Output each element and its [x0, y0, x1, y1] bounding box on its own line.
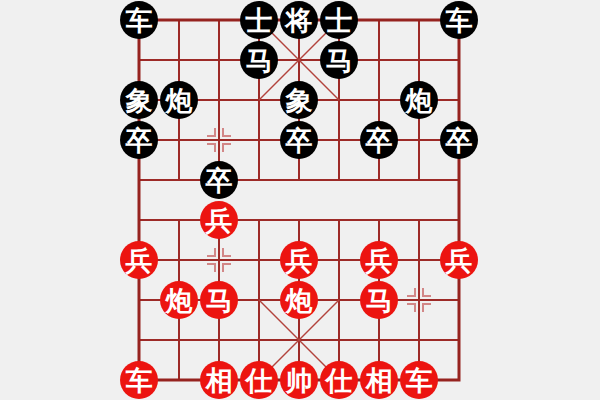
- red-horse[interactable]: 马: [360, 281, 398, 319]
- board-point: 马: [239, 40, 279, 80]
- xiangqi-board[interactable]: 车士将士车马马象炮象炮卒卒卒卒卒兵兵兵兵兵炮马炮马车相仕帅仕相车: [0, 0, 600, 400]
- black-horse[interactable]: 马: [320, 41, 358, 79]
- black-soldier[interactable]: 卒: [440, 121, 478, 159]
- board-point: 象: [119, 80, 159, 120]
- board-point: 车: [119, 0, 159, 40]
- black-cannon[interactable]: 炮: [400, 81, 438, 119]
- red-chariot[interactable]: 车: [400, 361, 438, 399]
- board-point: 卒: [119, 120, 159, 160]
- board-point: 炮: [399, 80, 439, 120]
- board-point: 将: [279, 0, 319, 40]
- red-cannon[interactable]: 炮: [280, 281, 318, 319]
- black-general[interactable]: 将: [280, 1, 318, 39]
- board-point: 相: [359, 360, 399, 400]
- red-cannon[interactable]: 炮: [160, 281, 198, 319]
- board-point: 车: [399, 360, 439, 400]
- black-cannon[interactable]: 炮: [160, 81, 198, 119]
- red-general[interactable]: 帅: [280, 361, 318, 399]
- board-point: 兵: [439, 240, 479, 280]
- red-soldier[interactable]: 兵: [200, 201, 238, 239]
- black-soldier[interactable]: 卒: [360, 121, 398, 159]
- red-soldier[interactable]: 兵: [120, 241, 158, 279]
- board-point: 车: [119, 360, 159, 400]
- board-point: 相: [199, 360, 239, 400]
- board-point: 卒: [439, 120, 479, 160]
- pieces-layer: 车士将士车马马象炮象炮卒卒卒卒卒兵兵兵兵兵炮马炮马车相仕帅仕相车: [119, 0, 479, 400]
- red-advisor[interactable]: 仕: [240, 361, 278, 399]
- board-point: 炮: [159, 280, 199, 320]
- board-point: 仕: [319, 360, 359, 400]
- red-elephant[interactable]: 相: [360, 361, 398, 399]
- board-point: 兵: [279, 240, 319, 280]
- red-soldier[interactable]: 兵: [440, 241, 478, 279]
- red-horse[interactable]: 马: [200, 281, 238, 319]
- board-point: 马: [199, 280, 239, 320]
- board-point: 仕: [239, 360, 279, 400]
- black-chariot[interactable]: 车: [440, 1, 478, 39]
- red-soldier[interactable]: 兵: [280, 241, 318, 279]
- board-point: 卒: [279, 120, 319, 160]
- board-point: 卒: [359, 120, 399, 160]
- black-chariot[interactable]: 车: [120, 1, 158, 39]
- board-point: 卒: [199, 160, 239, 200]
- black-advisor[interactable]: 士: [320, 1, 358, 39]
- board-point: 马: [319, 40, 359, 80]
- black-elephant[interactable]: 象: [280, 81, 318, 119]
- red-chariot[interactable]: 车: [120, 361, 158, 399]
- board-point: 帅: [279, 360, 319, 400]
- board-point: 象: [279, 80, 319, 120]
- board-point: 兵: [119, 240, 159, 280]
- black-advisor[interactable]: 士: [240, 1, 278, 39]
- red-soldier[interactable]: 兵: [360, 241, 398, 279]
- board-point: 兵: [359, 240, 399, 280]
- black-soldier[interactable]: 卒: [120, 121, 158, 159]
- red-elephant[interactable]: 相: [200, 361, 238, 399]
- board-point: 车: [439, 0, 479, 40]
- black-soldier[interactable]: 卒: [200, 161, 238, 199]
- board-point: 士: [319, 0, 359, 40]
- board-point: 炮: [159, 80, 199, 120]
- board-point: 马: [359, 280, 399, 320]
- black-soldier[interactable]: 卒: [280, 121, 318, 159]
- red-advisor[interactable]: 仕: [320, 361, 358, 399]
- board-point: 兵: [199, 200, 239, 240]
- board-point: 炮: [279, 280, 319, 320]
- black-elephant[interactable]: 象: [120, 81, 158, 119]
- board-point: 士: [239, 0, 279, 40]
- black-horse[interactable]: 马: [240, 41, 278, 79]
